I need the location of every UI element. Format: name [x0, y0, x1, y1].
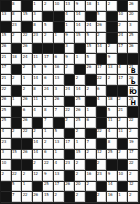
cell-code-number: 6: [44, 75, 46, 80]
cell-code-number: 20: [76, 181, 81, 186]
cell-code-number: 2: [108, 75, 110, 80]
letter-cell[interactable]: 5: [86, 33, 97, 44]
letter-cell[interactable]: 6: [43, 150, 54, 161]
letter-cell[interactable]: 22: [22, 33, 33, 44]
black-cell: [22, 160, 33, 171]
letter-cell[interactable]: 24: [86, 22, 97, 33]
cell-code-number: 12: [33, 171, 38, 176]
black-cell: [128, 107, 139, 118]
letter-cell[interactable]: 9: [107, 171, 118, 182]
letter-cell[interactable]: 21: [1, 75, 12, 86]
letter-cell[interactable]: 22: [22, 192, 33, 203]
letter-cell[interactable]: 15: [1, 33, 12, 44]
letter-cell[interactable]: 13: [54, 139, 65, 150]
letter-cell[interactable]: 23: [33, 33, 44, 44]
letter-cell[interactable]: 16: [86, 171, 97, 182]
letter-cell[interactable]: 24: [22, 54, 33, 65]
cell-code-number: 15: [2, 32, 7, 37]
letter-cell[interactable]: 5: [43, 22, 54, 33]
letter-cell[interactable]: 13: [1, 12, 12, 23]
letter-cell[interactable]: 3: [65, 44, 76, 55]
cell-code-number: 2: [12, 32, 14, 37]
letter-cell[interactable]: 21: [1, 54, 12, 65]
letter-cell[interactable]: 2: [75, 129, 86, 140]
letter-cell[interactable]: 7: [86, 139, 97, 150]
letter-cell[interactable]: 22: [97, 129, 108, 140]
letter-cell[interactable]: 3: [1, 150, 12, 161]
letter-cell[interactable]: 11: [107, 118, 118, 129]
cell-code-number: 2: [118, 96, 120, 101]
cell-code-number: 18: [12, 54, 17, 59]
letter-cell[interactable]: 21В: [128, 65, 139, 76]
letter-cell[interactable]: 2: [43, 1, 54, 12]
letter-cell[interactable]: 2: [118, 97, 129, 108]
cell-code-number: 15: [23, 11, 28, 16]
letter-cell[interactable]: 2: [118, 150, 129, 161]
cell-code-number: 5: [86, 32, 88, 37]
letter-cell[interactable]: 14: [75, 22, 86, 33]
cell-code-number: 17: [55, 181, 60, 186]
letter-cell[interactable]: 2: [107, 44, 118, 55]
letter-cell[interactable]: 12Ю: [128, 86, 139, 97]
letter-cell[interactable]: 1: [54, 33, 65, 44]
cell-code-number: 22: [65, 107, 70, 112]
letter-cell[interactable]: 5: [54, 129, 65, 140]
letter-cell[interactable]: 24: [65, 86, 76, 97]
prefilled-letter: В: [128, 68, 138, 75]
letter-cell[interactable]: 2: [65, 118, 76, 129]
letter-cell[interactable]: 1: [22, 182, 33, 193]
letter-cell[interactable]: 18: [107, 97, 118, 108]
cell-code-number: 2: [129, 171, 131, 176]
letter-cell[interactable]: 9: [65, 54, 76, 65]
prefilled-letter: Н: [128, 100, 138, 107]
letter-cell[interactable]: 8: [12, 12, 23, 23]
cell-code-number: 23: [2, 139, 7, 144]
prefilled-letter: Ю: [128, 89, 138, 96]
cell-code-number: 1: [76, 54, 78, 59]
letter-cell[interactable]: 26: [22, 118, 33, 129]
letter-cell[interactable]: 2: [86, 86, 97, 97]
letter-cell[interactable]: 2: [107, 1, 118, 12]
cell-code-number: 22: [12, 171, 17, 176]
black-cell: [118, 86, 129, 97]
black-cell: [33, 118, 44, 129]
letter-cell[interactable]: 2: [75, 171, 86, 182]
letter-cell[interactable]: 23: [97, 171, 108, 182]
letter-cell[interactable]: 14: [75, 86, 86, 97]
letter-cell[interactable]: 18: [12, 54, 23, 65]
cell-code-number: 4: [118, 64, 120, 69]
cell-code-number: 14: [76, 22, 81, 27]
letter-cell[interactable]: 26: [128, 44, 139, 55]
letter-cell[interactable]: 5: [86, 54, 97, 65]
letter-cell[interactable]: 11: [118, 129, 129, 140]
letter-cell[interactable]: 12: [97, 150, 108, 161]
cell-code-number: 2: [76, 192, 78, 197]
cell-code-number: 1: [33, 1, 35, 6]
cell-code-number: 26: [33, 192, 38, 197]
letter-cell[interactable]: 4: [1, 129, 12, 140]
letter-cell[interactable]: 20: [75, 182, 86, 193]
letter-cell[interactable]: 12: [128, 182, 139, 193]
letter-cell[interactable]: 14: [33, 75, 44, 86]
cell-code-number: 2: [86, 181, 88, 186]
letter-cell[interactable]: 14: [107, 182, 118, 193]
black-cell: [118, 1, 129, 12]
letter-cell[interactable]: 22: [128, 118, 139, 129]
letter-cell[interactable]: 2: [118, 22, 129, 33]
letter-cell[interactable]: 4: [118, 65, 129, 76]
letter-cell[interactable]: 3: [33, 12, 44, 23]
letter-cell[interactable]: 7: [54, 107, 65, 118]
letter-cell[interactable]: 15: [43, 192, 54, 203]
cell-code-number: 24: [44, 86, 49, 91]
letter-cell[interactable]: 1: [75, 54, 86, 65]
letter-cell[interactable]: 14: [97, 44, 108, 55]
cell-code-number: 2: [44, 139, 46, 144]
letter-cell[interactable]: 5: [97, 12, 108, 23]
letter-cell[interactable]: 8: [43, 107, 54, 118]
cell-code-number: 2: [118, 22, 120, 27]
cell-code-number: 5: [108, 107, 110, 112]
cell-code-number: 18: [108, 96, 113, 101]
cell-code-number: 15: [44, 192, 49, 197]
letter-cell[interactable]: 2: [128, 192, 139, 203]
letter-cell[interactable]: 15: [22, 12, 33, 23]
letter-cell[interactable]: 2: [86, 182, 97, 193]
cell-code-number: 1: [44, 96, 46, 101]
letter-cell[interactable]: 16: [54, 65, 65, 76]
cell-code-number: 17: [65, 139, 70, 144]
letter-cell[interactable]: 6: [22, 107, 33, 118]
cell-code-number: 1: [55, 149, 57, 154]
letter-cell[interactable]: 2: [97, 192, 108, 203]
letter-cell[interactable]: 2: [22, 86, 33, 97]
black-cell: [12, 65, 23, 76]
letter-cell[interactable]: 2: [43, 33, 54, 44]
letter-cell[interactable]: 5: [12, 182, 23, 193]
letter-cell[interactable]: 22: [22, 129, 33, 140]
cell-code-number: 13: [55, 171, 60, 176]
letter-cell[interactable]: 15: [75, 150, 86, 161]
cell-code-number: 17: [2, 64, 7, 69]
cell-code-number: 25: [108, 149, 113, 154]
letter-cell[interactable]: 17: [43, 54, 54, 65]
letter-cell[interactable]: 2: [33, 160, 44, 171]
black-cell: [54, 44, 65, 55]
cell-code-number: 1: [12, 96, 14, 101]
black-cell: [12, 86, 23, 97]
black-cell: [65, 75, 76, 86]
cell-code-number: 22: [129, 160, 134, 165]
letter-cell[interactable]: 1: [75, 139, 86, 150]
black-cell: [107, 86, 118, 97]
letter-cell[interactable]: 24: [118, 33, 129, 44]
letter-cell[interactable]: 17: [97, 65, 108, 76]
letter-cell[interactable]: 22: [65, 107, 76, 118]
cell-code-number: 22: [97, 128, 102, 133]
cell-code-number: 19: [129, 139, 134, 144]
letter-cell[interactable]: 26: [22, 150, 33, 161]
letter-cell[interactable]: 7: [43, 118, 54, 129]
black-cell: [118, 182, 129, 193]
letter-cell[interactable]: 3: [54, 86, 65, 97]
letter-cell[interactable]: 4: [107, 129, 118, 140]
cell-code-number: 5: [44, 22, 46, 27]
black-cell: [1, 192, 12, 203]
letter-cell[interactable]: 2: [12, 33, 23, 44]
cell-code-number: 10: [118, 11, 123, 16]
cell-code-number: 26: [23, 149, 28, 154]
letter-cell[interactable]: 17: [128, 150, 139, 161]
letter-cell[interactable]: 22: [12, 171, 23, 182]
letter-cell[interactable]: 23: [65, 160, 76, 171]
cell-code-number: 2: [44, 32, 46, 37]
letter-cell[interactable]: 23: [1, 139, 12, 150]
letter-cell[interactable]: 15: [86, 44, 97, 55]
cell-code-number: 7: [55, 107, 57, 112]
cell-code-number: 8: [33, 86, 35, 91]
cell-code-number: 5: [12, 181, 14, 186]
cell-code-number: 1: [23, 181, 25, 186]
letter-cell[interactable]: 25: [128, 33, 139, 44]
letter-cell[interactable]: 22: [128, 160, 139, 171]
letter-cell[interactable]: 26: [54, 97, 65, 108]
letter-cell[interactable]: 26: [97, 22, 108, 33]
cell-code-number: 2: [108, 1, 110, 6]
cell-code-number: 15: [86, 43, 91, 48]
cell-code-number: 11: [118, 128, 123, 133]
letter-cell[interactable]: 22: [1, 86, 12, 97]
black-cell: [1, 182, 12, 193]
cell-code-number: 4: [108, 128, 110, 133]
cell-code-number: 6: [23, 107, 25, 112]
letter-cell[interactable]: 8: [33, 86, 44, 97]
letter-cell[interactable]: 5: [107, 107, 118, 118]
cell-code-number: 26: [2, 43, 7, 48]
letter-cell[interactable]: 9: [43, 65, 54, 76]
letter-cell[interactable]: 6: [97, 86, 108, 97]
cell-code-number: 25: [44, 181, 49, 186]
black-cell: [75, 44, 86, 55]
letter-cell[interactable]: 2: [12, 129, 23, 140]
letter-cell[interactable]: 25: [43, 182, 54, 193]
letter-cell[interactable]: 26: [75, 107, 86, 118]
letter-cell[interactable]: 2: [97, 33, 108, 44]
letter-cell[interactable]: 1: [86, 107, 97, 118]
letter-cell[interactable]: 17: [118, 44, 129, 55]
letter-cell[interactable]: 6: [54, 54, 65, 65]
cell-code-number: 2: [33, 160, 35, 165]
letter-cell[interactable]: 5: [33, 65, 44, 76]
letter-cell[interactable]: 11: [33, 97, 44, 108]
cell-code-number: 2: [23, 86, 25, 91]
black-cell: [22, 1, 33, 12]
letter-cell[interactable]: 21: [118, 107, 129, 118]
letter-cell[interactable]: 10: [118, 12, 129, 23]
letter-cell[interactable]: 26: [22, 44, 33, 55]
letter-cell[interactable]: 14: [75, 12, 86, 23]
letter-cell[interactable]: 10: [54, 1, 65, 12]
letter-cell[interactable]: 12: [33, 171, 44, 182]
letter-cell[interactable]: 8: [12, 1, 23, 12]
letter-cell[interactable]: 13: [107, 65, 118, 76]
cell-code-number: 26: [2, 96, 7, 101]
letter-cell[interactable]: 24: [43, 86, 54, 97]
letter-cell[interactable]: 2: [12, 75, 23, 86]
letter-cell[interactable]: 18: [86, 1, 97, 12]
letter-cell[interactable]: 15: [12, 150, 23, 161]
cell-code-number: 2: [65, 64, 67, 69]
letter-cell[interactable]: 2: [65, 65, 76, 76]
letter-cell[interactable]: 2: [75, 192, 86, 203]
letter-cell[interactable]: 4: [97, 97, 108, 108]
cell-code-number: 13: [2, 11, 7, 16]
letter-cell[interactable]: 1: [65, 22, 76, 33]
letter-cell[interactable]: 22: [97, 75, 108, 86]
letter-cell[interactable]: 11: [33, 54, 44, 65]
letter-cell[interactable]: 1: [33, 1, 44, 12]
cell-code-number: 17: [118, 43, 123, 48]
letter-cell[interactable]: 25: [107, 150, 118, 161]
letter-cell[interactable]: 25: [75, 97, 86, 108]
letter-cell[interactable]: 6: [86, 118, 97, 129]
cell-code-number: 12: [129, 181, 134, 186]
letter-cell[interactable]: 26: [1, 44, 12, 55]
letter-cell[interactable]: 15: [75, 33, 86, 44]
letter-cell[interactable]: 17: [118, 75, 129, 86]
cell-code-number: 14: [33, 75, 38, 80]
letter-cell[interactable]: 26: [128, 1, 139, 12]
letter-cell[interactable]: 1: [54, 150, 65, 161]
cell-code-number: 11: [33, 96, 38, 101]
letter-cell[interactable]: 17: [54, 182, 65, 193]
letter-cell[interactable]: 25: [1, 107, 12, 118]
letter-cell[interactable]: 2: [54, 192, 65, 203]
letter-cell[interactable]: 25: [1, 118, 12, 129]
cell-code-number: 25: [129, 32, 134, 37]
letter-cell[interactable]: 14: [33, 139, 44, 150]
letter-cell[interactable]: 13: [54, 75, 65, 86]
letter-cell[interactable]: 17: [1, 65, 12, 76]
letter-cell[interactable]: 26Ь: [128, 75, 139, 86]
cell-code-number: 2: [44, 1, 46, 6]
cell-code-number: 2: [86, 86, 88, 91]
letter-cell[interactable]: 13: [54, 171, 65, 182]
cell-code-number: 2: [97, 32, 99, 37]
letter-cell[interactable]: 2: [128, 171, 139, 182]
cell-code-number: 17: [44, 54, 49, 59]
letter-cell[interactable]: 19: [128, 139, 139, 150]
letter-cell[interactable]: 10: [1, 160, 12, 171]
letter-cell[interactable]: 8: [107, 139, 118, 150]
letter-cell[interactable]: 4: [54, 160, 65, 171]
black-cell: [65, 97, 76, 108]
letter-cell[interactable]: 2: [118, 118, 129, 129]
letter-cell[interactable]: 4: [65, 12, 76, 23]
letter-cell[interactable]: 14: [33, 150, 44, 161]
cell-code-number: 14: [97, 43, 102, 48]
letter-cell[interactable]: 4: [33, 107, 44, 118]
letter-cell[interactable]: 3: [128, 22, 139, 33]
letter-cell[interactable]: 2: [128, 129, 139, 140]
cell-code-number: 24: [86, 22, 91, 27]
letter-cell[interactable]: 9: [107, 54, 118, 65]
letter-cell[interactable]: 2: [75, 160, 86, 171]
letter-cell[interactable]: 1: [118, 192, 129, 203]
letter-cell[interactable]: 2: [107, 75, 118, 86]
letter-cell[interactable]: 2: [33, 129, 44, 140]
letter-cell[interactable]: 1: [12, 97, 23, 108]
letter-cell[interactable]: 2: [75, 75, 86, 86]
cell-code-number: 25: [2, 107, 7, 112]
black-cell: [97, 118, 108, 129]
black-cell: [65, 150, 76, 161]
cell-code-number: 26: [129, 43, 134, 48]
letter-cell[interactable]: 1: [97, 1, 108, 12]
cell-code-number: 1: [23, 75, 25, 80]
letter-cell[interactable]: 22: [43, 160, 54, 171]
cell-code-number: 4: [33, 107, 35, 112]
cell-code-number: 13: [55, 139, 60, 144]
letter-cell[interactable]: 26: [1, 97, 12, 108]
letter-cell[interactable]: 10: [118, 171, 129, 182]
letter-cell[interactable]: 2: [43, 139, 54, 150]
letter-cell[interactable]: 8: [33, 22, 44, 33]
letter-cell[interactable]: 1: [43, 97, 54, 108]
cell-code-number: 17: [129, 149, 134, 154]
letter-cell[interactable]: 9: [75, 1, 86, 12]
letter-cell[interactable]: 20: [128, 12, 139, 23]
black-cell: [54, 12, 65, 23]
cell-code-number: 21: [118, 107, 123, 112]
black-cell: [12, 139, 23, 150]
letter-cell[interactable]: 17: [65, 139, 76, 150]
letter-cell[interactable]: 26: [33, 192, 44, 203]
letter-cell[interactable]: 13: [65, 1, 76, 12]
letter-cell[interactable]: 23: [12, 22, 23, 33]
cell-code-number: 4: [65, 11, 67, 16]
letter-cell[interactable]: 26: [22, 97, 33, 108]
cell-code-number: 3: [2, 149, 4, 154]
letter-cell[interactable]: 2: [22, 65, 33, 76]
letter-cell[interactable]: 9: [65, 33, 76, 44]
cell-code-number: 24: [118, 32, 123, 37]
letter-cell[interactable]: 2: [22, 171, 33, 182]
letter-cell[interactable]: 9: [43, 171, 54, 182]
cell-code-number: 8: [108, 139, 110, 144]
cell-code-number: 9: [76, 1, 78, 6]
letter-cell[interactable]: 2: [1, 171, 12, 182]
cell-code-number: 9: [65, 32, 67, 37]
letter-cell[interactable]: 25: [75, 118, 86, 129]
letter-cell[interactable]: 16: [107, 192, 118, 203]
letter-cell[interactable]: 26: [86, 65, 97, 76]
cell-code-number: 7: [12, 192, 14, 197]
letter-cell[interactable]: 1: [43, 129, 54, 140]
letter-cell[interactable]: 7: [12, 192, 23, 203]
cell-code-number: 25: [2, 117, 7, 122]
letter-cell[interactable]: 2: [86, 150, 97, 161]
letter-cell[interactable]: 2: [97, 160, 108, 171]
letter-cell[interactable]: 26: [65, 182, 76, 193]
cell-code-number: 16: [108, 192, 113, 197]
letter-cell[interactable]: 25Н: [128, 97, 139, 108]
letter-cell[interactable]: 6: [43, 75, 54, 86]
cell-code-number: 10: [118, 171, 123, 176]
letter-cell[interactable]: 1: [22, 75, 33, 86]
